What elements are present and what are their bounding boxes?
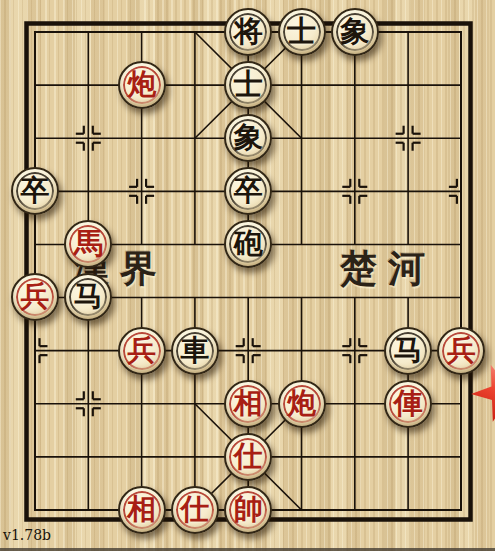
board-cell[interactable] <box>168 165 221 218</box>
piece-red-horse[interactable]: 馬 <box>64 220 112 268</box>
piece-glyph: 马 <box>74 282 103 312</box>
piece-red-elephant[interactable]: 相 <box>118 486 166 534</box>
board-cell[interactable] <box>275 271 328 324</box>
board-cell[interactable] <box>328 218 381 271</box>
piece-black-general[interactable]: 将 <box>224 8 272 56</box>
board-cell[interactable] <box>381 483 434 536</box>
board-cell[interactable] <box>275 324 328 377</box>
board-cell[interactable] <box>381 271 434 324</box>
piece-glyph: 炮 <box>287 389 316 419</box>
board-cell[interactable] <box>275 112 328 165</box>
piece-glyph: 俥 <box>394 389 423 419</box>
board-cell[interactable]: 車 <box>168 324 221 377</box>
board-cell[interactable] <box>62 112 115 165</box>
board-cell[interactable] <box>275 59 328 112</box>
board: 将士象炮士象卒卒馬砲兵马兵車马兵相炮俥仕相仕帥 <box>8 5 488 536</box>
board-cell[interactable]: 卒 <box>8 165 61 218</box>
board-cell[interactable] <box>115 5 168 58</box>
board-cell[interactable] <box>435 430 488 483</box>
board-cell[interactable] <box>62 165 115 218</box>
board-cell[interactable] <box>435 483 488 536</box>
board-cell[interactable] <box>168 430 221 483</box>
board-cell[interactable]: 兵 <box>8 271 61 324</box>
piece-black-cannon[interactable]: 砲 <box>224 220 272 268</box>
piece-glyph: 相 <box>127 495 156 525</box>
board-cell[interactable]: 象 <box>328 5 381 58</box>
board-cell[interactable] <box>328 430 381 483</box>
highlight-star-icon <box>468 360 495 426</box>
board-cell[interactable]: 将 <box>222 5 275 58</box>
piece-glyph: 砲 <box>234 229 263 259</box>
piece-glyph: 象 <box>234 123 263 153</box>
board-cell[interactable] <box>168 59 221 112</box>
board-cell[interactable] <box>381 430 434 483</box>
board-cell[interactable]: 炮 <box>115 59 168 112</box>
board-cell[interactable] <box>168 112 221 165</box>
board-cell[interactable]: 炮 <box>275 377 328 430</box>
board-cell[interactable] <box>328 377 381 430</box>
board-cell[interactable]: 相 <box>222 377 275 430</box>
board-cell[interactable] <box>115 377 168 430</box>
board-cell[interactable] <box>328 271 381 324</box>
piece-glyph: 相 <box>234 389 263 419</box>
board-cell[interactable] <box>62 377 115 430</box>
piece-glyph: 兵 <box>127 336 156 366</box>
piece-black-horse[interactable]: 马 <box>384 327 432 375</box>
board-cell[interactable]: 象 <box>222 112 275 165</box>
piece-black-soldier[interactable]: 卒 <box>11 167 59 215</box>
board-cell[interactable]: 俥 <box>381 377 434 430</box>
board-cell[interactable] <box>115 112 168 165</box>
board-cell[interactable] <box>168 5 221 58</box>
board-cell[interactable] <box>275 218 328 271</box>
piece-red-cannon[interactable]: 炮 <box>278 380 326 428</box>
piece-glyph: 将 <box>234 17 263 47</box>
piece-red-cannon[interactable]: 炮 <box>118 61 166 109</box>
piece-glyph: 卒 <box>234 176 263 206</box>
board-cell[interactable] <box>115 430 168 483</box>
board-cell[interactable] <box>62 324 115 377</box>
piece-red-advisor[interactable]: 仕 <box>171 486 219 534</box>
board-cell[interactable]: 马 <box>381 324 434 377</box>
board-cell[interactable]: 士 <box>222 59 275 112</box>
board-cell[interactable]: 相 <box>115 483 168 536</box>
piece-glyph: 士 <box>234 70 263 100</box>
board-cell[interactable] <box>168 271 221 324</box>
board-cell[interactable]: 馬 <box>62 218 115 271</box>
board-cell[interactable]: 卒 <box>222 165 275 218</box>
piece-glyph: 炮 <box>127 70 156 100</box>
board-cell[interactable]: 士 <box>275 5 328 58</box>
board-cell[interactable] <box>222 324 275 377</box>
board-cell[interactable]: 马 <box>62 271 115 324</box>
piece-glyph: 帥 <box>234 495 263 525</box>
piece-glyph: 仕 <box>180 495 209 525</box>
board-cell[interactable] <box>328 324 381 377</box>
board-cell[interactable] <box>275 165 328 218</box>
piece-glyph: 馬 <box>74 229 103 259</box>
board-cell[interactable] <box>381 112 434 165</box>
board-cell[interactable] <box>328 483 381 536</box>
board-cell[interactable] <box>328 59 381 112</box>
piece-black-chariot[interactable]: 車 <box>171 327 219 375</box>
board-cell[interactable] <box>381 5 434 58</box>
board-cell[interactable] <box>222 271 275 324</box>
board-cell[interactable] <box>8 5 61 58</box>
board-cell[interactable] <box>8 377 61 430</box>
piece-red-soldier[interactable]: 兵 <box>118 327 166 375</box>
board-cell[interactable]: 兵 <box>115 324 168 377</box>
piece-red-advisor[interactable]: 仕 <box>224 433 272 481</box>
board-cell[interactable] <box>328 165 381 218</box>
board-cell[interactable] <box>115 271 168 324</box>
piece-red-elephant[interactable]: 相 <box>224 380 272 428</box>
piece-black-soldier[interactable]: 卒 <box>224 167 272 215</box>
piece-black-elephant[interactable]: 象 <box>224 114 272 162</box>
board-cell[interactable] <box>275 430 328 483</box>
piece-red-soldier[interactable]: 兵 <box>11 273 59 321</box>
piece-black-advisor[interactable]: 士 <box>278 8 326 56</box>
board-cell[interactable]: 仕 <box>168 483 221 536</box>
piece-glyph: 兵 <box>21 282 50 312</box>
board-cell[interactable] <box>8 430 61 483</box>
board-cell[interactable] <box>328 112 381 165</box>
board-cell[interactable] <box>8 324 61 377</box>
piece-glyph: 马 <box>394 336 423 366</box>
board-cell[interactable] <box>435 165 488 218</box>
board-cell[interactable] <box>115 218 168 271</box>
board-cell[interactable] <box>62 59 115 112</box>
board-cell[interactable] <box>8 218 61 271</box>
board-cell[interactable] <box>62 5 115 58</box>
board-cell[interactable] <box>115 165 168 218</box>
board-cell[interactable] <box>381 59 434 112</box>
board-cell[interactable]: 帥 <box>222 483 275 536</box>
piece-red-general[interactable]: 帥 <box>224 486 272 534</box>
board-cell[interactable] <box>168 377 221 430</box>
board-cell[interactable] <box>435 59 488 112</box>
piece-glyph: 士 <box>287 17 316 47</box>
board-cell[interactable] <box>168 218 221 271</box>
board-cell[interactable] <box>62 430 115 483</box>
board-cell[interactable] <box>62 483 115 536</box>
board-cell[interactable]: 仕 <box>222 430 275 483</box>
board-cell[interactable] <box>435 218 488 271</box>
board-cell[interactable] <box>435 5 488 58</box>
piece-glyph: 卒 <box>21 176 50 206</box>
board-cell[interactable] <box>275 483 328 536</box>
board-cell[interactable]: 砲 <box>222 218 275 271</box>
piece-glyph: 仕 <box>234 442 263 472</box>
piece-red-chariot[interactable]: 俥 <box>384 380 432 428</box>
board-cell[interactable] <box>8 112 61 165</box>
board-cell[interactable] <box>435 271 488 324</box>
piece-glyph: 車 <box>180 336 209 366</box>
board-cell[interactable] <box>435 112 488 165</box>
piece-black-advisor[interactable]: 士 <box>224 61 272 109</box>
board-cell[interactable] <box>381 218 434 271</box>
version-label: v1.78b <box>3 527 51 543</box>
board-cell[interactable] <box>381 165 434 218</box>
piece-black-horse[interactable]: 马 <box>64 273 112 321</box>
board-cell[interactable] <box>8 59 61 112</box>
piece-black-elephant[interactable]: 象 <box>331 8 379 56</box>
piece-glyph: 象 <box>340 17 369 47</box>
xiangqi-game-window: { "game": "xiangqi", "position": "4kab2/… <box>0 0 495 551</box>
